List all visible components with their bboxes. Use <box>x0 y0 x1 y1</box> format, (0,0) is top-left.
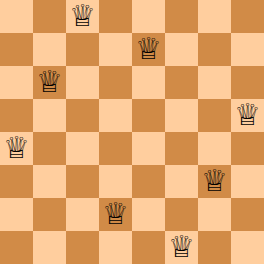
square-b5[interactable] <box>33 99 66 132</box>
square-f6[interactable] <box>165 66 198 99</box>
square-f7[interactable] <box>165 33 198 66</box>
square-c1[interactable] <box>66 231 99 264</box>
square-d2[interactable]: ♕ <box>99 198 132 231</box>
square-g8[interactable] <box>198 0 231 33</box>
square-f4[interactable] <box>165 132 198 165</box>
square-e5[interactable] <box>132 99 165 132</box>
square-e3[interactable] <box>132 165 165 198</box>
square-c4[interactable] <box>66 132 99 165</box>
square-a2[interactable] <box>0 198 33 231</box>
square-a8[interactable] <box>0 0 33 33</box>
white-queen-piece: ♕ <box>234 98 261 131</box>
square-d3[interactable] <box>99 165 132 198</box>
white-queen-piece: ♕ <box>36 65 63 98</box>
white-queen-piece: ♕ <box>3 131 30 164</box>
square-g1[interactable] <box>198 231 231 264</box>
square-d8[interactable] <box>99 0 132 33</box>
square-g6[interactable] <box>198 66 231 99</box>
square-a7[interactable] <box>0 33 33 66</box>
square-a6[interactable] <box>0 66 33 99</box>
square-g2[interactable] <box>198 198 231 231</box>
square-b2[interactable] <box>33 198 66 231</box>
square-g7[interactable] <box>198 33 231 66</box>
square-d1[interactable] <box>99 231 132 264</box>
square-g4[interactable] <box>198 132 231 165</box>
square-b7[interactable] <box>33 33 66 66</box>
square-a4[interactable]: ♕ <box>0 132 33 165</box>
square-g3[interactable]: ♕ <box>198 165 231 198</box>
square-a3[interactable] <box>0 165 33 198</box>
square-c8[interactable]: ♕ <box>66 0 99 33</box>
square-b6[interactable]: ♕ <box>33 66 66 99</box>
square-e2[interactable] <box>132 198 165 231</box>
square-c7[interactable] <box>66 33 99 66</box>
white-queen-piece: ♕ <box>69 0 96 32</box>
square-f3[interactable] <box>165 165 198 198</box>
square-h5[interactable]: ♕ <box>231 99 264 132</box>
square-c5[interactable] <box>66 99 99 132</box>
square-b1[interactable] <box>33 231 66 264</box>
square-f2[interactable] <box>165 198 198 231</box>
square-h6[interactable] <box>231 66 264 99</box>
square-d4[interactable] <box>99 132 132 165</box>
white-queen-piece: ♕ <box>201 164 228 197</box>
square-e7[interactable]: ♕ <box>132 33 165 66</box>
white-queen-piece: ♕ <box>135 32 162 65</box>
square-h3[interactable] <box>231 165 264 198</box>
square-h8[interactable] <box>231 0 264 33</box>
square-f1[interactable]: ♕ <box>165 231 198 264</box>
square-g5[interactable] <box>198 99 231 132</box>
square-f5[interactable] <box>165 99 198 132</box>
square-a1[interactable] <box>0 231 33 264</box>
chess-board: ♕♕♕♕♕♕♕♕ <box>0 0 264 264</box>
square-e1[interactable] <box>132 231 165 264</box>
square-d7[interactable] <box>99 33 132 66</box>
square-d6[interactable] <box>99 66 132 99</box>
square-a5[interactable] <box>0 99 33 132</box>
square-h1[interactable] <box>231 231 264 264</box>
square-e8[interactable] <box>132 0 165 33</box>
square-c2[interactable] <box>66 198 99 231</box>
square-c3[interactable] <box>66 165 99 198</box>
square-c6[interactable] <box>66 66 99 99</box>
square-e6[interactable] <box>132 66 165 99</box>
square-h4[interactable] <box>231 132 264 165</box>
white-queen-piece: ♕ <box>102 197 129 230</box>
square-b4[interactable] <box>33 132 66 165</box>
square-e4[interactable] <box>132 132 165 165</box>
square-d5[interactable] <box>99 99 132 132</box>
square-f8[interactable] <box>165 0 198 33</box>
square-h7[interactable] <box>231 33 264 66</box>
square-b3[interactable] <box>33 165 66 198</box>
square-h2[interactable] <box>231 198 264 231</box>
white-queen-piece: ♕ <box>168 230 195 263</box>
square-b8[interactable] <box>33 0 66 33</box>
